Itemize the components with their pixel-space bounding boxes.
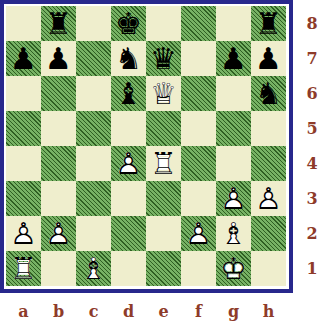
square-h5[interactable]	[251, 111, 286, 146]
square-f1[interactable]	[181, 251, 216, 286]
piece-white-pawn-d4[interactable]: ♟︎♙︎	[111, 146, 146, 181]
square-b2[interactable]: ♟︎♙︎	[41, 216, 76, 251]
rank-label-1: 1	[297, 251, 327, 286]
square-g7[interactable]: ♟︎	[216, 41, 251, 76]
square-a5[interactable]	[6, 111, 41, 146]
white-rook-outline-icon: ♖︎	[146, 146, 181, 181]
white-pawn-outline-icon: ♙︎	[6, 216, 41, 251]
piece-white-pawn-h3[interactable]: ♟︎♙︎	[251, 181, 286, 216]
board: ♜︎♚︎♜︎♟︎♟︎♞︎♛︎♟︎♟︎♝︎♛︎♕︎♞︎♟︎♙︎♜︎♖︎♟︎♙︎♟︎…	[6, 6, 286, 286]
square-f6[interactable]	[181, 76, 216, 111]
square-e3[interactable]	[146, 181, 181, 216]
square-f5[interactable]	[181, 111, 216, 146]
square-a2[interactable]: ♟︎♙︎	[6, 216, 41, 251]
file-label-f: f	[181, 299, 216, 325]
square-f2[interactable]: ♟︎♙︎	[181, 216, 216, 251]
piece-black-knight-d7[interactable]: ♞︎	[111, 41, 146, 76]
black-pawn-icon: ♟︎	[251, 41, 286, 76]
square-d2[interactable]	[111, 216, 146, 251]
rank-label-3: 3	[297, 181, 327, 216]
square-g1[interactable]: ♚︎♔︎	[216, 251, 251, 286]
square-d7[interactable]: ♞︎	[111, 41, 146, 76]
square-e1[interactable]	[146, 251, 181, 286]
square-c4[interactable]	[76, 146, 111, 181]
square-h3[interactable]: ♟︎♙︎	[251, 181, 286, 216]
square-c3[interactable]	[76, 181, 111, 216]
square-g5[interactable]	[216, 111, 251, 146]
square-d1[interactable]	[111, 251, 146, 286]
piece-white-pawn-f2[interactable]: ♟︎♙︎	[181, 216, 216, 251]
piece-black-rook-b8[interactable]: ♜︎	[41, 6, 76, 41]
square-d6[interactable]: ♝︎	[111, 76, 146, 111]
square-b4[interactable]	[41, 146, 76, 181]
piece-black-pawn-a7[interactable]: ♟︎	[6, 41, 41, 76]
piece-black-rook-h8[interactable]: ♜︎	[251, 6, 286, 41]
white-bishop-outline-icon: ♗︎	[216, 216, 251, 251]
piece-black-pawn-b7[interactable]: ♟︎	[41, 41, 76, 76]
piece-white-rook-e4[interactable]: ♜︎♖︎	[146, 146, 181, 181]
rank-label-2: 2	[297, 216, 327, 251]
piece-black-bishop-d6[interactable]: ♝︎	[111, 76, 146, 111]
piece-white-pawn-a2[interactable]: ♟︎♙︎	[6, 216, 41, 251]
square-e5[interactable]	[146, 111, 181, 146]
square-a8[interactable]	[6, 6, 41, 41]
file-label-g: g	[216, 299, 251, 325]
square-d8[interactable]: ♚︎	[111, 6, 146, 41]
square-h8[interactable]: ♜︎	[251, 6, 286, 41]
white-pawn-outline-icon: ♙︎	[181, 216, 216, 251]
white-pawn-outline-icon: ♙︎	[111, 146, 146, 181]
rank-label-5: 5	[297, 111, 327, 146]
white-bishop-outline-icon: ♗︎	[76, 251, 111, 286]
square-a1[interactable]: ♜︎♖︎	[6, 251, 41, 286]
piece-white-queen-e6[interactable]: ♛︎♕︎	[146, 76, 181, 111]
piece-black-pawn-h7[interactable]: ♟︎	[251, 41, 286, 76]
square-a7[interactable]: ♟︎	[6, 41, 41, 76]
black-pawn-icon: ♟︎	[6, 41, 41, 76]
square-a3[interactable]	[6, 181, 41, 216]
square-f7[interactable]	[181, 41, 216, 76]
white-king-outline-icon: ♔︎	[216, 251, 251, 286]
square-e6[interactable]: ♛︎♕︎	[146, 76, 181, 111]
rank-label-7: 7	[297, 41, 327, 76]
white-pawn-outline-icon: ♙︎	[251, 181, 286, 216]
black-pawn-icon: ♟︎	[216, 41, 251, 76]
square-b1[interactable]	[41, 251, 76, 286]
piece-black-king-d8[interactable]: ♚︎	[111, 6, 146, 41]
piece-white-king-g1[interactable]: ♚︎♔︎	[216, 251, 251, 286]
piece-white-pawn-g3[interactable]: ♟︎♙︎	[216, 181, 251, 216]
square-c8[interactable]	[76, 6, 111, 41]
board-frame: ♜︎♚︎♜︎♟︎♟︎♞︎♛︎♟︎♟︎♝︎♛︎♕︎♞︎♟︎♙︎♜︎♖︎♟︎♙︎♟︎…	[0, 0, 293, 293]
black-rook-icon: ♜︎	[41, 6, 76, 41]
square-g3[interactable]: ♟︎♙︎	[216, 181, 251, 216]
square-c2[interactable]	[76, 216, 111, 251]
square-g2[interactable]: ♝︎♗︎	[216, 216, 251, 251]
black-pawn-icon: ♟︎	[41, 41, 76, 76]
black-queen-icon: ♛︎	[146, 41, 181, 76]
file-label-b: b	[41, 299, 76, 325]
square-b8[interactable]: ♜︎	[41, 6, 76, 41]
piece-white-bishop-g2[interactable]: ♝︎♗︎	[216, 216, 251, 251]
square-b7[interactable]: ♟︎	[41, 41, 76, 76]
piece-white-bishop-c1[interactable]: ♝︎♗︎	[76, 251, 111, 286]
square-d5[interactable]	[111, 111, 146, 146]
square-g8[interactable]	[216, 6, 251, 41]
square-d3[interactable]	[111, 181, 146, 216]
white-pawn-outline-icon: ♙︎	[216, 181, 251, 216]
piece-black-knight-h6[interactable]: ♞︎	[251, 76, 286, 111]
square-h4[interactable]	[251, 146, 286, 181]
white-pawn-outline-icon: ♙︎	[41, 216, 76, 251]
square-e2[interactable]	[146, 216, 181, 251]
square-c6[interactable]	[76, 76, 111, 111]
square-f8[interactable]	[181, 6, 216, 41]
square-h7[interactable]: ♟︎	[251, 41, 286, 76]
white-rook-outline-icon: ♖︎	[6, 251, 41, 286]
square-h1[interactable]	[251, 251, 286, 286]
piece-black-pawn-g7[interactable]: ♟︎	[216, 41, 251, 76]
square-a6[interactable]	[6, 76, 41, 111]
file-labels: abcdefgh	[6, 299, 286, 325]
white-queen-outline-icon: ♕︎	[146, 76, 181, 111]
square-e8[interactable]	[146, 6, 181, 41]
square-b5[interactable]	[41, 111, 76, 146]
piece-white-pawn-b2[interactable]: ♟︎♙︎	[41, 216, 76, 251]
file-label-h: h	[251, 299, 286, 325]
rank-labels: 87654321	[297, 6, 327, 286]
file-label-d: d	[111, 299, 146, 325]
file-label-c: c	[76, 299, 111, 325]
chess-diagram: ♜︎♚︎♜︎♟︎♟︎♞︎♛︎♟︎♟︎♝︎♛︎♕︎♞︎♟︎♙︎♜︎♖︎♟︎♙︎♟︎…	[0, 0, 332, 332]
square-b3[interactable]	[41, 181, 76, 216]
black-king-icon: ♚︎	[111, 6, 146, 41]
black-knight-icon: ♞︎	[111, 41, 146, 76]
square-e4[interactable]: ♜︎♖︎	[146, 146, 181, 181]
square-a4[interactable]	[6, 146, 41, 181]
square-d4[interactable]: ♟︎♙︎	[111, 146, 146, 181]
square-f3[interactable]	[181, 181, 216, 216]
file-label-a: a	[6, 299, 41, 325]
square-h2[interactable]	[251, 216, 286, 251]
square-c1[interactable]: ♝︎♗︎	[76, 251, 111, 286]
square-f4[interactable]	[181, 146, 216, 181]
square-c5[interactable]	[76, 111, 111, 146]
rank-label-4: 4	[297, 146, 327, 181]
file-label-e: e	[146, 299, 181, 325]
square-g4[interactable]	[216, 146, 251, 181]
rank-label-8: 8	[297, 6, 327, 41]
black-knight-icon: ♞︎	[251, 76, 286, 111]
black-rook-icon: ♜︎	[251, 6, 286, 41]
black-bishop-icon: ♝︎	[111, 76, 146, 111]
rank-label-6: 6	[297, 76, 327, 111]
square-c7[interactable]	[76, 41, 111, 76]
square-e7[interactable]: ♛︎	[146, 41, 181, 76]
square-b6[interactable]	[41, 76, 76, 111]
square-g6[interactable]	[216, 76, 251, 111]
piece-white-rook-a1[interactable]: ♜︎♖︎	[6, 251, 41, 286]
square-h6[interactable]: ♞︎	[251, 76, 286, 111]
piece-black-queen-e7[interactable]: ♛︎	[146, 41, 181, 76]
